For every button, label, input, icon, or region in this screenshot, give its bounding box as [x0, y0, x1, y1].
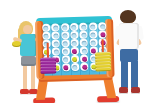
cell-r4c2[interactable]	[52, 47, 60, 55]
empty-hole	[91, 24, 96, 29]
cell-r1c6[interactable]	[89, 22, 97, 30]
connect-four-board	[33, 12, 117, 100]
cell-r2c4[interactable]	[70, 31, 78, 39]
empty-hole	[63, 41, 68, 46]
cell-r3c2[interactable]	[52, 39, 60, 47]
cell-r2c5[interactable]	[80, 31, 88, 39]
magenta-disc	[82, 64, 87, 69]
empty-hole	[72, 24, 77, 29]
empty-hole	[73, 64, 78, 69]
boy-shoe	[131, 87, 140, 94]
cell-r5c3[interactable]	[62, 55, 70, 63]
cell-r2c7[interactable]	[99, 30, 107, 38]
empty-hole	[53, 41, 58, 46]
empty-hole	[91, 40, 96, 45]
empty-hole	[43, 25, 48, 30]
girl-face	[23, 25, 32, 34]
girl-leg	[23, 66, 27, 90]
cell-r4c5[interactable]	[80, 47, 88, 55]
cell-r5c5[interactable]	[80, 55, 88, 63]
spare-purple-ring	[40, 69, 56, 73]
boy-shoe	[119, 87, 128, 94]
cell-r6c4[interactable]	[71, 63, 79, 71]
magenta-disc	[82, 56, 87, 61]
cell-r2c3[interactable]	[61, 31, 69, 39]
cell-r1c4[interactable]	[70, 23, 78, 31]
empty-hole	[62, 33, 67, 38]
magenta-disc	[100, 32, 105, 37]
yellow-disc	[72, 56, 77, 61]
held-yellow-ring	[12, 41, 21, 47]
product-photo-stage	[0, 0, 150, 103]
empty-hole	[82, 48, 87, 53]
cell-r1c7[interactable]	[98, 22, 106, 30]
cell-r3c4[interactable]	[71, 39, 79, 47]
magenta-disc	[72, 48, 77, 53]
cell-r3c6[interactable]	[89, 38, 97, 46]
cell-r1c1[interactable]	[42, 24, 50, 32]
cell-r2c6[interactable]	[89, 30, 97, 38]
spare-yellow-ring	[95, 67, 111, 71]
cell-r1c5[interactable]	[80, 23, 88, 31]
empty-hole	[63, 49, 68, 54]
right-spare-stack[interactable]	[95, 52, 111, 70]
boy-leg	[131, 61, 138, 88]
empty-hole	[72, 32, 77, 37]
cell-r2c2[interactable]	[51, 31, 59, 39]
cell-r4c3[interactable]	[61, 47, 69, 55]
cell-r2c1[interactable]	[42, 32, 50, 40]
girl-shoe	[20, 89, 29, 95]
cell-r4c4[interactable]	[71, 47, 79, 55]
left-spare-stack[interactable]	[40, 57, 56, 72]
cell-r3c5[interactable]	[80, 39, 88, 47]
cell-r3c3[interactable]	[61, 39, 69, 47]
boy-shirt	[119, 23, 139, 49]
magenta-disc	[63, 65, 68, 70]
empty-hole	[53, 25, 58, 30]
empty-hole	[44, 33, 49, 38]
empty-hole	[81, 24, 86, 29]
boy-figure	[112, 10, 148, 100]
right-spare-peg	[102, 39, 104, 52]
left-spare-peg	[47, 43, 49, 58]
cell-r6c3[interactable]	[62, 63, 70, 71]
empty-hole	[63, 57, 68, 62]
empty-hole	[81, 32, 86, 37]
empty-hole	[53, 33, 58, 38]
cell-r6c5[interactable]	[81, 63, 89, 71]
empty-hole	[82, 40, 87, 45]
cell-r1c3[interactable]	[61, 23, 69, 31]
empty-hole	[72, 40, 77, 45]
cell-r1c2[interactable]	[51, 23, 59, 31]
boy-leg	[121, 61, 128, 88]
cell-r5c4[interactable]	[71, 55, 79, 63]
empty-hole	[62, 25, 67, 30]
empty-hole	[91, 32, 96, 37]
empty-hole	[53, 49, 58, 54]
empty-hole	[100, 24, 105, 29]
boy-hair	[120, 10, 136, 23]
